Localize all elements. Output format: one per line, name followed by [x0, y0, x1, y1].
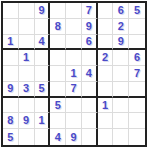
sudoku-cell-r5c1[interactable] [3, 66, 19, 82]
sudoku-cell-r9c2[interactable] [19, 129, 35, 145]
sudoku-cell-r7c7[interactable]: 1 [98, 98, 114, 114]
sudoku-cell-r8c9[interactable] [129, 113, 145, 129]
sudoku-cell-r7c6[interactable] [82, 98, 98, 114]
sudoku-cell-r6c1[interactable]: 9 [3, 82, 19, 98]
sudoku-cell-r7c3[interactable] [35, 98, 51, 114]
sudoku-cell-r1c5[interactable] [66, 3, 82, 19]
sudoku-cell-r9c8[interactable] [113, 129, 129, 145]
sudoku-cell-r6c7[interactable] [98, 82, 114, 98]
sudoku-cell-r3c6[interactable]: 6 [82, 35, 98, 51]
sudoku-cell-r6c5[interactable]: 7 [66, 82, 82, 98]
sudoku-cell-r4c1[interactable] [3, 50, 19, 66]
sudoku-cell-r9c5[interactable]: 9 [66, 129, 82, 145]
sudoku-cell-r1c7[interactable] [98, 3, 114, 19]
sudoku-cell-r2c7[interactable] [98, 19, 114, 35]
sudoku-cell-r7c8[interactable] [113, 98, 129, 114]
sudoku-cell-r5c6[interactable]: 4 [82, 66, 98, 82]
sudoku-cell-r4c5[interactable] [66, 50, 82, 66]
sudoku-cell-r9c1[interactable]: 5 [3, 129, 19, 145]
sudoku-cell-r9c6[interactable] [82, 129, 98, 145]
sudoku-cell-r8c3[interactable]: 1 [35, 113, 51, 129]
sudoku-cell-r3c9[interactable] [129, 35, 145, 51]
sudoku-cell-r4c2[interactable]: 1 [19, 50, 35, 66]
sudoku-cell-r7c2[interactable] [19, 98, 35, 114]
sudoku-cell-r4c3[interactable] [35, 50, 51, 66]
sudoku-cell-r1c6[interactable]: 7 [82, 3, 98, 19]
sudoku-cell-r8c2[interactable]: 9 [19, 113, 35, 129]
sudoku-cell-r1c3[interactable]: 9 [35, 3, 51, 19]
sudoku-cell-r8c6[interactable] [82, 113, 98, 129]
sudoku-cell-r5c3[interactable] [35, 66, 51, 82]
sudoku-cell-r2c1[interactable] [3, 19, 19, 35]
sudoku-cell-r5c7[interactable] [98, 66, 114, 82]
sudoku-cell-r4c9[interactable]: 6 [129, 50, 145, 66]
sudoku-cell-r8c7[interactable] [98, 113, 114, 129]
sudoku-cell-r3c3[interactable]: 4 [35, 35, 51, 51]
sudoku-cell-r8c4[interactable] [50, 113, 66, 129]
sudoku-cell-r5c5[interactable]: 1 [66, 66, 82, 82]
sudoku-cell-r1c8[interactable]: 6 [113, 3, 129, 19]
sudoku-cell-r5c9[interactable]: 7 [129, 66, 145, 82]
sudoku-cell-r9c9[interactable] [129, 129, 145, 145]
sudoku-cell-r3c4[interactable] [50, 35, 66, 51]
sudoku-cell-r4c7[interactable]: 2 [98, 50, 114, 66]
sudoku-cell-r4c6[interactable] [82, 50, 98, 66]
sudoku-cell-r2c9[interactable] [129, 19, 145, 35]
sudoku-cell-r5c4[interactable] [50, 66, 66, 82]
sudoku-cell-r2c4[interactable]: 8 [50, 19, 66, 35]
sudoku-cell-r5c2[interactable] [19, 66, 35, 82]
sudoku-cell-r9c7[interactable] [98, 129, 114, 145]
sudoku-cell-r1c1[interactable] [3, 3, 19, 19]
sudoku-cell-r6c2[interactable]: 3 [19, 82, 35, 98]
sudoku-cell-r1c2[interactable] [19, 3, 35, 19]
sudoku-cell-r2c6[interactable]: 9 [82, 19, 98, 35]
sudoku-cell-r6c6[interactable] [82, 82, 98, 98]
sudoku-cell-r1c9[interactable]: 5 [129, 3, 145, 19]
sudoku-cell-r3c7[interactable] [98, 35, 114, 51]
sudoku-cell-r4c4[interactable] [50, 50, 66, 66]
sudoku-cell-r6c3[interactable]: 5 [35, 82, 51, 98]
sudoku-cell-r6c8[interactable] [113, 82, 129, 98]
sudoku-cell-r8c1[interactable]: 8 [3, 113, 19, 129]
sudoku-cell-r3c1[interactable]: 1 [3, 35, 19, 51]
sudoku-cell-r8c5[interactable] [66, 113, 82, 129]
sudoku-cell-r7c5[interactable] [66, 98, 82, 114]
sudoku-cell-r7c9[interactable] [129, 98, 145, 114]
sudoku-cell-r4c8[interactable] [113, 50, 129, 66]
sudoku-cell-r3c5[interactable] [66, 35, 82, 51]
sudoku-cell-r7c4[interactable]: 5 [50, 98, 66, 114]
sudoku-cell-r2c3[interactable] [35, 19, 51, 35]
sudoku-cell-r5c8[interactable] [113, 66, 129, 82]
sudoku-cell-r8c8[interactable] [113, 113, 129, 129]
sudoku-cell-r2c8[interactable]: 2 [113, 19, 129, 35]
sudoku-cell-r3c8[interactable]: 9 [113, 35, 129, 51]
sudoku-cell-r7c1[interactable] [3, 98, 19, 114]
sudoku-cell-r2c2[interactable] [19, 19, 35, 35]
sudoku-cell-r9c4[interactable]: 4 [50, 129, 66, 145]
sudoku-cell-r9c3[interactable] [35, 129, 51, 145]
sudoku-cell-r2c5[interactable] [66, 19, 82, 35]
sudoku-cell-r1c4[interactable] [50, 3, 66, 19]
sudoku-cell-r3c2[interactable] [19, 35, 35, 51]
sudoku-board: 97658921469126147935751891549 [1, 1, 147, 147]
sudoku-cell-r6c9[interactable] [129, 82, 145, 98]
sudoku-cell-r6c4[interactable] [50, 82, 66, 98]
